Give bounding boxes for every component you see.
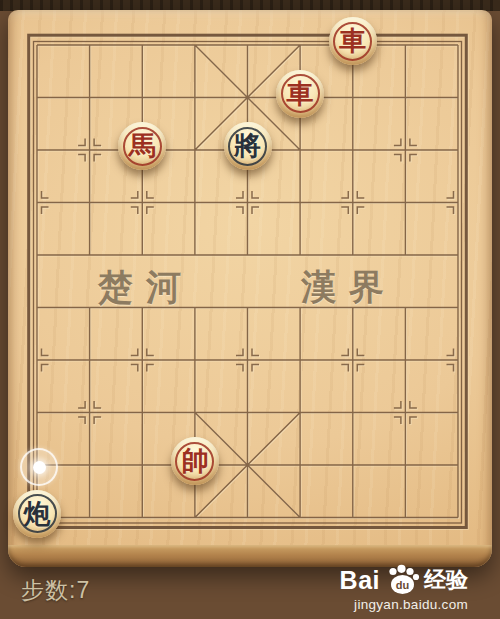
xiangqi-board[interactable]: [8, 10, 492, 567]
river-label-right: 漢界: [301, 270, 397, 305]
piece-black-general[interactable]: 將: [224, 122, 272, 170]
baidu-jingyan-watermark: Bai du 经验 jingyan.baidu.com: [340, 564, 468, 612]
last-move-marker-dot: [33, 461, 46, 474]
piece-red-horse[interactable]: 馬: [118, 122, 166, 170]
piece-glyph: 馬: [118, 122, 166, 170]
brand-bai-text: Bai: [340, 566, 380, 595]
piece-glyph: 車: [329, 17, 377, 65]
app-screen: 楚河 漢界 車車馬將帥炮 步数:7 Bai du 经验 jingyan.baid…: [0, 0, 500, 619]
brand-jingyan-text: 经验: [424, 565, 468, 595]
last-move-marker: [20, 448, 58, 486]
piece-red-chariot[interactable]: 車: [329, 17, 377, 65]
piece-glyph: 將: [224, 122, 272, 170]
brand-du-text: du: [396, 579, 409, 591]
piece-glyph: 帥: [171, 437, 219, 485]
baidu-paw-icon: du: [383, 564, 421, 596]
river-label-left: 楚河: [98, 270, 194, 305]
piece-black-cannon[interactable]: 炮: [13, 490, 61, 538]
piece-glyph: 炮: [13, 490, 61, 538]
brand-logo-row: Bai du 经验: [340, 564, 468, 596]
piece-red-chariot[interactable]: 車: [276, 70, 324, 118]
brand-url-text: jingyan.baidu.com: [340, 597, 468, 612]
piece-red-general[interactable]: 帥: [171, 437, 219, 485]
move-counter: 步数:7: [21, 575, 90, 606]
piece-glyph: 車: [276, 70, 324, 118]
